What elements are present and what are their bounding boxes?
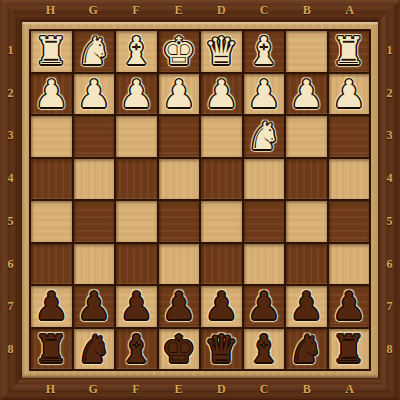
square-h7[interactable]: ♟	[31, 286, 72, 327]
white-pawn[interactable]: ♟	[162, 74, 196, 114]
square-a8[interactable]: ♜	[329, 329, 370, 370]
coord-label-c: C	[243, 379, 286, 400]
square-f8[interactable]: ♝	[116, 329, 157, 370]
square-g2[interactable]: ♟	[74, 74, 115, 115]
coord-label-5: 5	[379, 200, 400, 243]
square-g3[interactable]	[74, 116, 115, 157]
square-c2[interactable]: ♟	[244, 74, 285, 115]
coord-label-1: 1	[379, 29, 400, 72]
square-f7[interactable]: ♟	[116, 286, 157, 327]
white-rook[interactable]: ♜	[34, 31, 68, 71]
black-pawn[interactable]: ♟	[332, 286, 366, 326]
square-e8[interactable]: ♚	[159, 329, 200, 370]
square-c3[interactable]: ♞	[244, 116, 285, 157]
square-a5[interactable]	[329, 201, 370, 242]
square-e1[interactable]: ♚	[159, 31, 200, 72]
black-rook[interactable]: ♜	[34, 329, 68, 369]
square-f1[interactable]: ♝	[116, 31, 157, 72]
square-g4[interactable]	[74, 159, 115, 200]
square-f5[interactable]	[116, 201, 157, 242]
square-a1[interactable]: ♜	[329, 31, 370, 72]
square-b5[interactable]	[286, 201, 327, 242]
black-pawn[interactable]: ♟	[247, 286, 281, 326]
square-g6[interactable]	[74, 244, 115, 285]
white-queen[interactable]: ♛	[204, 31, 238, 71]
square-c5[interactable]	[244, 201, 285, 242]
square-f6[interactable]	[116, 244, 157, 285]
coord-label-3: 3	[0, 115, 21, 158]
coord-label-1: 1	[0, 29, 21, 72]
square-d8[interactable]: ♛	[201, 329, 242, 370]
square-a7[interactable]: ♟	[329, 286, 370, 327]
coord-label-7: 7	[379, 286, 400, 329]
white-pawn[interactable]: ♟	[204, 74, 238, 114]
coord-label-g: G	[72, 379, 115, 400]
white-pawn[interactable]: ♟	[34, 74, 68, 114]
coord-label-a: A	[328, 0, 371, 21]
square-b3[interactable]	[286, 116, 327, 157]
coord-label-b: B	[286, 379, 329, 400]
square-e5[interactable]	[159, 201, 200, 242]
square-d3[interactable]	[201, 116, 242, 157]
coord-label-b: B	[286, 0, 329, 21]
coord-label-5: 5	[0, 200, 21, 243]
white-pawn[interactable]: ♟	[119, 74, 153, 114]
board: ♜♞♝♚♛♝♜♟♟♟♟♟♟♟♟♞♟♟♟♟♟♟♟♟♜♞♝♚♛♝♞♜	[29, 29, 371, 371]
square-d7[interactable]: ♟	[201, 286, 242, 327]
coord-label-2: 2	[0, 72, 21, 115]
square-c1[interactable]: ♝	[244, 31, 285, 72]
square-h1[interactable]: ♜	[31, 31, 72, 72]
square-b2[interactable]: ♟	[286, 74, 327, 115]
square-d2[interactable]: ♟	[201, 74, 242, 115]
square-d5[interactable]	[201, 201, 242, 242]
coord-label-f: F	[115, 379, 158, 400]
square-e7[interactable]: ♟	[159, 286, 200, 327]
square-b1[interactable]	[286, 31, 327, 72]
square-e6[interactable]	[159, 244, 200, 285]
black-pawn[interactable]: ♟	[119, 286, 153, 326]
white-pawn[interactable]: ♟	[332, 74, 366, 114]
black-knight[interactable]: ♞	[289, 329, 323, 369]
coord-label-6: 6	[0, 243, 21, 286]
black-bishop[interactable]: ♝	[247, 329, 281, 369]
coord-label-h: H	[29, 379, 72, 400]
rank-labels-right: 12345678	[379, 29, 400, 371]
square-a4[interactable]	[329, 159, 370, 200]
square-a2[interactable]: ♟	[329, 74, 370, 115]
file-labels-bottom: HGFEDCBA	[29, 379, 371, 400]
black-pawn[interactable]: ♟	[162, 286, 196, 326]
black-queen[interactable]: ♛	[204, 329, 238, 369]
coord-label-h: H	[29, 0, 72, 21]
square-g1[interactable]: ♞	[74, 31, 115, 72]
square-g8[interactable]: ♞	[74, 329, 115, 370]
square-h2[interactable]: ♟	[31, 74, 72, 115]
coord-label-8: 8	[379, 328, 400, 371]
black-pawn[interactable]: ♟	[77, 286, 111, 326]
square-f2[interactable]: ♟	[116, 74, 157, 115]
square-e3[interactable]	[159, 116, 200, 157]
square-a6[interactable]	[329, 244, 370, 285]
white-bishop[interactable]: ♝	[119, 31, 153, 71]
square-h4[interactable]	[31, 159, 72, 200]
square-a3[interactable]	[329, 116, 370, 157]
square-d6[interactable]	[201, 244, 242, 285]
file-labels-top: HGFEDCBA	[29, 0, 371, 21]
coord-label-d: D	[200, 0, 243, 21]
coord-label-c: C	[243, 0, 286, 21]
square-g7[interactable]: ♟	[74, 286, 115, 327]
square-b4[interactable]	[286, 159, 327, 200]
white-pawn[interactable]: ♟	[247, 74, 281, 114]
square-h8[interactable]: ♜	[31, 329, 72, 370]
square-b7[interactable]: ♟	[286, 286, 327, 327]
square-h5[interactable]	[31, 201, 72, 242]
square-d4[interactable]	[201, 159, 242, 200]
square-h6[interactable]	[31, 244, 72, 285]
white-pawn[interactable]: ♟	[289, 74, 323, 114]
coord-label-e: E	[157, 0, 200, 21]
white-knight[interactable]: ♞	[247, 116, 281, 156]
black-bishop[interactable]: ♝	[119, 329, 153, 369]
coord-label-f: F	[115, 0, 158, 21]
white-knight[interactable]: ♞	[77, 31, 111, 71]
square-g5[interactable]	[74, 201, 115, 242]
square-h3[interactable]	[31, 116, 72, 157]
square-b6[interactable]	[286, 244, 327, 285]
square-c6[interactable]	[244, 244, 285, 285]
coord-label-4: 4	[0, 157, 21, 200]
coord-label-a: A	[328, 379, 371, 400]
coord-label-2: 2	[379, 72, 400, 115]
chess-board-window: HGFEDCBA HGFEDCBA 12345678 12345678 ♜♞♝♚…	[0, 0, 400, 400]
square-d1[interactable]: ♛	[201, 31, 242, 72]
coord-label-g: G	[72, 0, 115, 21]
black-pawn[interactable]: ♟	[289, 286, 323, 326]
white-bishop[interactable]: ♝	[247, 31, 281, 71]
square-e4[interactable]	[159, 159, 200, 200]
black-rook[interactable]: ♜	[332, 329, 366, 369]
black-king[interactable]: ♚	[162, 329, 196, 369]
coord-label-8: 8	[0, 328, 21, 371]
coord-label-7: 7	[0, 286, 21, 329]
black-pawn[interactable]: ♟	[204, 286, 238, 326]
square-c7[interactable]: ♟	[244, 286, 285, 327]
black-pawn[interactable]: ♟	[34, 286, 68, 326]
square-c8[interactable]: ♝	[244, 329, 285, 370]
square-f4[interactable]	[116, 159, 157, 200]
square-f3[interactable]	[116, 116, 157, 157]
white-rook[interactable]: ♜	[332, 31, 366, 71]
coord-label-d: D	[200, 379, 243, 400]
black-knight[interactable]: ♞	[77, 329, 111, 369]
white-king[interactable]: ♚	[162, 31, 196, 71]
white-pawn[interactable]: ♟	[77, 74, 111, 114]
coord-label-6: 6	[379, 243, 400, 286]
coord-label-4: 4	[379, 157, 400, 200]
rank-labels-left: 12345678	[0, 29, 21, 371]
square-b8[interactable]: ♞	[286, 329, 327, 370]
coord-label-3: 3	[379, 115, 400, 158]
square-e2[interactable]: ♟	[159, 74, 200, 115]
coord-label-e: E	[157, 379, 200, 400]
square-c4[interactable]	[244, 159, 285, 200]
